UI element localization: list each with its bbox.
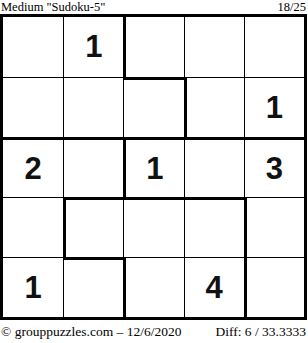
cell-r1c3[interactable] — [123, 17, 183, 77]
cell-r5c3[interactable] — [123, 257, 183, 317]
cell-r3c2[interactable] — [63, 137, 123, 197]
cell-r3c4[interactable] — [184, 137, 244, 197]
cell-r4c3[interactable] — [123, 197, 183, 257]
cell-r2c4[interactable] — [184, 77, 244, 137]
cell-r5c5[interactable] — [244, 257, 304, 317]
copyright-credit: © grouppuzzles.com – 12/6/2020 — [1, 324, 181, 340]
cell-r4c2[interactable] — [63, 197, 123, 257]
sudoku-grid: 1121314 — [0, 14, 307, 320]
cell-r1c2[interactable]: 1 — [63, 17, 123, 77]
cell-r5c4[interactable]: 4 — [184, 257, 244, 317]
cell-r3c5[interactable]: 3 — [244, 137, 304, 197]
difficulty-label: Diff: 6 / 33.3333 — [216, 324, 307, 340]
cell-r2c2[interactable] — [63, 77, 123, 137]
cell-r1c4[interactable] — [184, 17, 244, 77]
header: Medium "Sudoku-5" 18/25 — [0, 0, 307, 14]
cell-r2c1[interactable] — [3, 77, 63, 137]
cell-r4c5[interactable] — [244, 197, 304, 257]
puzzle-title: Medium "Sudoku-5" — [1, 1, 105, 14]
cell-r4c4[interactable] — [184, 197, 244, 257]
cell-r1c1[interactable] — [3, 17, 63, 77]
cell-r3c1[interactable]: 2 — [3, 137, 63, 197]
cell-r2c5[interactable]: 1 — [244, 77, 304, 137]
cell-r4c1[interactable] — [3, 197, 63, 257]
cell-r3c3[interactable]: 1 — [123, 137, 183, 197]
puzzle-counter: 18/25 — [278, 1, 306, 14]
cell-r2c3[interactable] — [123, 77, 183, 137]
footer: © grouppuzzles.com – 12/6/2020 Diff: 6 /… — [0, 320, 307, 340]
cell-r1c5[interactable] — [244, 17, 304, 77]
cell-r5c2[interactable] — [63, 257, 123, 317]
cell-r5c1[interactable]: 1 — [3, 257, 63, 317]
